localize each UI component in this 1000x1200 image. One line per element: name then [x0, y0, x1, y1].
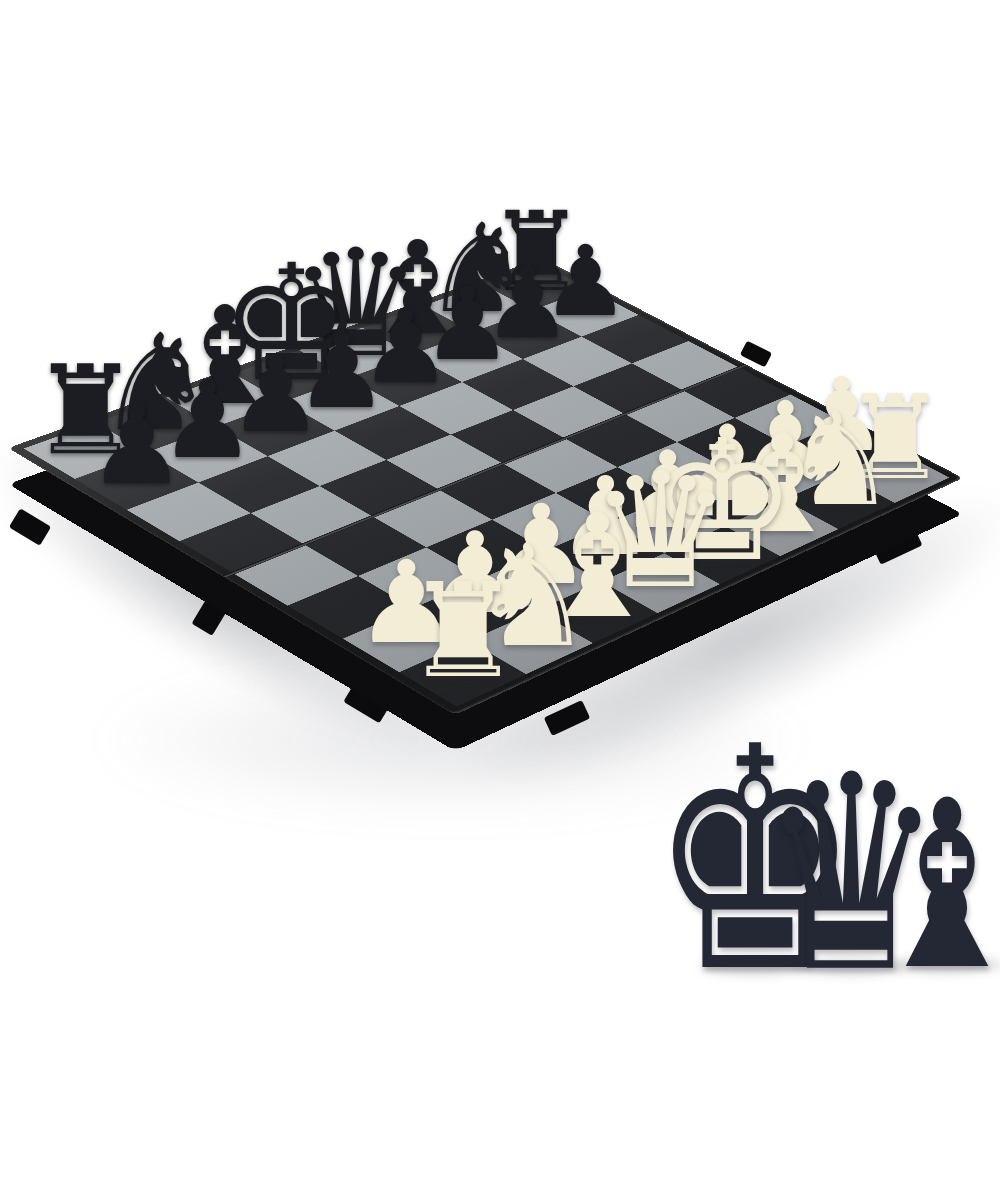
black-pawn-h7: ♟: [88, 391, 186, 500]
detail-black-bishop: ♝: [868, 770, 1000, 1002]
product-photo-scene: ♜♞♝♛♚♝♞♜♟♟♟♟♟♟♟♟♟♟♟♟♟♟♟♟♜♞♝♚♛♝♞♜ ♚♛♝: [0, 0, 1000, 1200]
white-rook-h1: ♜: [404, 566, 521, 697]
